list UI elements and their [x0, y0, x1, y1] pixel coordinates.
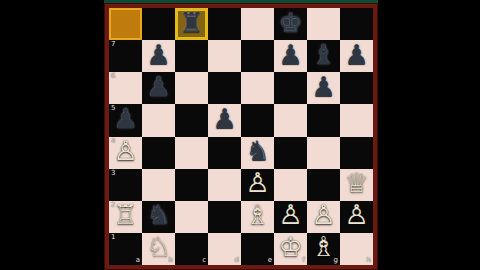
- file-label-e: e: [268, 257, 272, 264]
- square-e2[interactable]: ♗: [241, 201, 274, 233]
- square-e8[interactable]: [241, 8, 274, 40]
- square-h7[interactable]: ♟: [340, 40, 373, 72]
- piece-white-rook: ♖: [113, 201, 137, 228]
- piece-white-pawn: ♙: [113, 137, 137, 164]
- square-h3[interactable]: ♕: [340, 169, 373, 201]
- piece-black-pawn: ♟: [113, 105, 137, 132]
- square-h8[interactable]: [340, 8, 373, 40]
- rank-label-7: 7: [111, 41, 115, 48]
- square-d2[interactable]: [208, 201, 241, 233]
- piece-white-pawn: ♙: [245, 169, 269, 196]
- square-a1[interactable]: 1a: [109, 233, 142, 265]
- square-h2[interactable]: ♙: [340, 201, 373, 233]
- square-e6[interactable]: [241, 72, 274, 104]
- piece-white-pawn: ♙: [311, 201, 335, 228]
- square-h4[interactable]: [340, 137, 373, 169]
- file-label-b: b: [169, 257, 173, 264]
- rank-label-5: 5: [111, 105, 115, 112]
- square-a3[interactable]: 3: [109, 169, 142, 201]
- square-g2[interactable]: ♙: [307, 201, 340, 233]
- square-b3[interactable]: [142, 169, 175, 201]
- rank-label-6: 6: [111, 73, 115, 80]
- square-c6[interactable]: [175, 72, 208, 104]
- file-label-f: f: [303, 257, 305, 264]
- rank-label-2: 2: [111, 202, 115, 209]
- square-d3[interactable]: [208, 169, 241, 201]
- square-f6[interactable]: [274, 72, 307, 104]
- piece-black-pawn: ♟: [146, 41, 170, 68]
- piece-white-bishop: ♗: [245, 201, 269, 228]
- square-c1[interactable]: c: [175, 233, 208, 265]
- square-f7[interactable]: ♟: [274, 40, 307, 72]
- square-d5[interactable]: ♟: [208, 104, 241, 136]
- square-g1[interactable]: g♗: [307, 233, 340, 265]
- square-c8[interactable]: ♜: [175, 8, 208, 40]
- square-c4[interactable]: [175, 137, 208, 169]
- piece-white-bishop: ♗: [311, 233, 335, 260]
- square-c7[interactable]: [175, 40, 208, 72]
- square-e5[interactable]: [241, 104, 274, 136]
- piece-black-pawn: ♟: [146, 73, 170, 100]
- chess-board[interactable]: ♜♚7♟♟♝♟6♟♟5♟♟4♙♞3♙♕2♖♞♗♙♙♙1ab♘cdef♔g♗h: [109, 8, 373, 265]
- square-d1[interactable]: d: [208, 233, 241, 265]
- piece-white-king: ♔: [278, 233, 302, 260]
- square-b7[interactable]: ♟: [142, 40, 175, 72]
- square-a8[interactable]: [109, 8, 142, 40]
- piece-black-rook: ♜: [179, 9, 203, 36]
- piece-white-knight: ♘: [146, 233, 170, 260]
- square-g4[interactable]: [307, 137, 340, 169]
- square-a5[interactable]: 5♟: [109, 104, 142, 136]
- piece-white-queen: ♕: [344, 169, 368, 196]
- rank-label-3: 3: [111, 170, 115, 177]
- square-e3[interactable]: ♙: [241, 169, 274, 201]
- square-d6[interactable]: [208, 72, 241, 104]
- square-a2[interactable]: 2♖: [109, 201, 142, 233]
- square-b2[interactable]: ♞: [142, 201, 175, 233]
- square-a4[interactable]: 4♙: [109, 137, 142, 169]
- piece-black-pawn: ♟: [278, 41, 302, 68]
- square-f1[interactable]: f♔: [274, 233, 307, 265]
- square-g7[interactable]: ♝: [307, 40, 340, 72]
- square-c3[interactable]: [175, 169, 208, 201]
- piece-white-pawn: ♙: [278, 201, 302, 228]
- piece-black-knight: ♞: [245, 137, 269, 164]
- piece-white-pawn: ♙: [344, 201, 368, 228]
- piece-black-knight: ♞: [146, 201, 170, 228]
- square-f2[interactable]: ♙: [274, 201, 307, 233]
- square-b1[interactable]: b♘: [142, 233, 175, 265]
- square-f4[interactable]: [274, 137, 307, 169]
- piece-black-pawn: ♟: [311, 73, 335, 100]
- square-b8[interactable]: [142, 8, 175, 40]
- square-g6[interactable]: ♟: [307, 72, 340, 104]
- file-label-a: a: [136, 257, 140, 264]
- square-b5[interactable]: [142, 104, 175, 136]
- app-letterbox-background: ♜♚7♟♟♝♟6♟♟5♟♟4♙♞3♙♕2♖♞♗♙♙♙1ab♘cdef♔g♗h: [0, 0, 480, 270]
- rank-label-4: 4: [111, 138, 115, 145]
- piece-black-bishop: ♝: [311, 41, 335, 68]
- square-b6[interactable]: ♟: [142, 72, 175, 104]
- square-g5[interactable]: [307, 104, 340, 136]
- file-label-c: c: [202, 257, 206, 264]
- file-label-g: g: [334, 257, 338, 264]
- square-c5[interactable]: [175, 104, 208, 136]
- square-c2[interactable]: [175, 201, 208, 233]
- file-label-d: d: [235, 257, 239, 264]
- square-g3[interactable]: [307, 169, 340, 201]
- square-h1[interactable]: h: [340, 233, 373, 265]
- square-a6[interactable]: 6: [109, 72, 142, 104]
- square-d4[interactable]: [208, 137, 241, 169]
- rank-label-1: 1: [111, 234, 115, 241]
- square-e7[interactable]: [241, 40, 274, 72]
- square-e1[interactable]: e: [241, 233, 274, 265]
- square-d7[interactable]: [208, 40, 241, 72]
- square-g8[interactable]: [307, 8, 340, 40]
- square-a7[interactable]: 7: [109, 40, 142, 72]
- square-d8[interactable]: [208, 8, 241, 40]
- piece-black-pawn: ♟: [344, 41, 368, 68]
- chess-board-frame: ♜♚7♟♟♝♟6♟♟5♟♟4♙♞3♙♕2♖♞♗♙♙♙1ab♘cdef♔g♗h: [104, 3, 378, 270]
- square-h5[interactable]: [340, 104, 373, 136]
- piece-black-pawn: ♟: [212, 105, 236, 132]
- square-f5[interactable]: [274, 104, 307, 136]
- square-h6[interactable]: [340, 72, 373, 104]
- square-f3[interactable]: [274, 169, 307, 201]
- square-b4[interactable]: [142, 137, 175, 169]
- file-label-h: h: [367, 257, 371, 264]
- piece-black-king: ♚: [278, 9, 302, 36]
- square-e4[interactable]: ♞: [241, 137, 274, 169]
- square-f8[interactable]: ♚: [274, 8, 307, 40]
